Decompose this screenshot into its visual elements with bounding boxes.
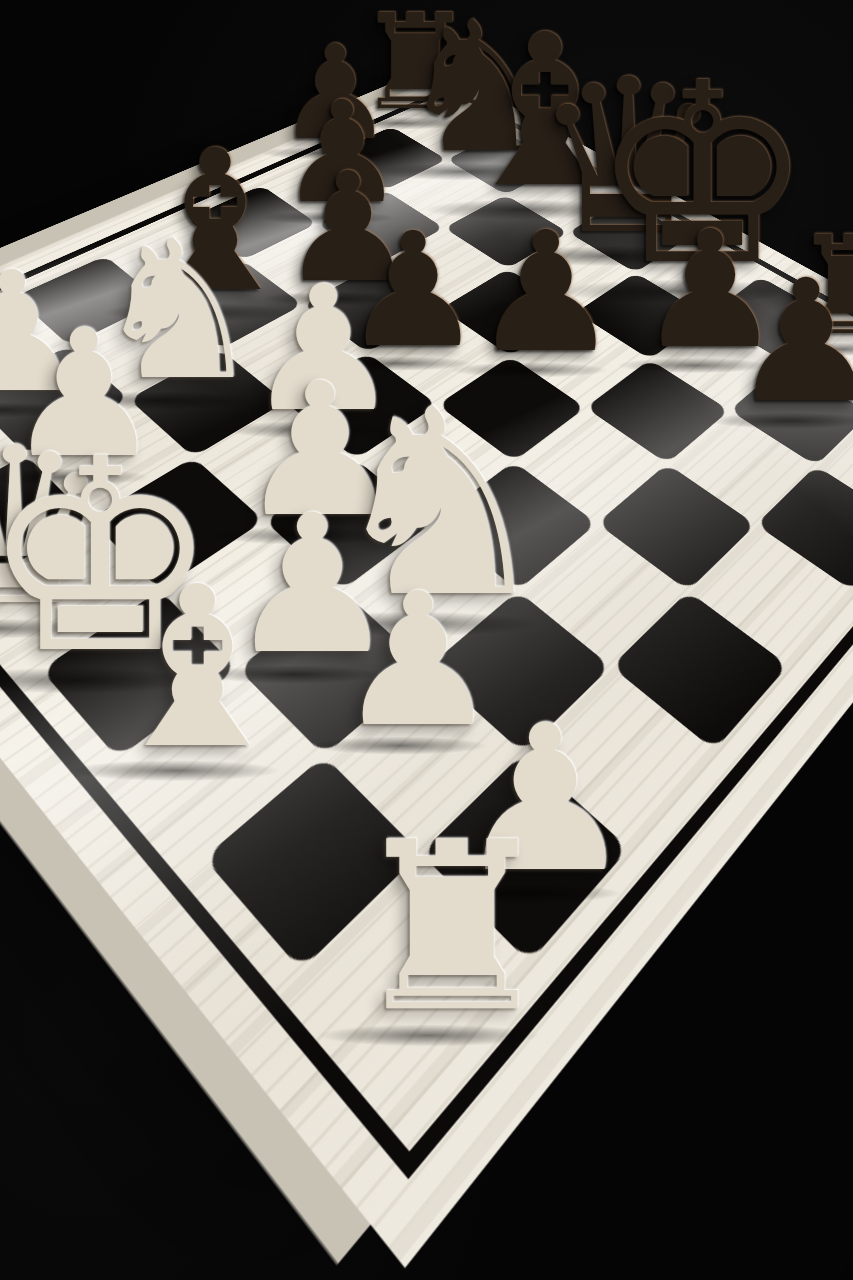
piece-white-bishop-f1[interactable]: ♝ [97,557,296,779]
piece-white-rook-h1[interactable]: ♜ [348,811,557,1044]
piece-black-pawn-e6[interactable]: ♟ [472,210,621,376]
photo-scene: ♜♞♝♛♚♜♟♟♟♝♟♟♟♟♟♞♟♟♟♞♛♚♝♟♟♟♜ [0,0,853,1280]
piece-black-pawn-g7[interactable]: ♟ [730,257,853,426]
pieces-layer: ♜♞♝♛♚♜♟♟♟♝♟♟♟♟♟♞♟♟♟♞♛♚♝♟♟♟♜ [0,0,853,1280]
